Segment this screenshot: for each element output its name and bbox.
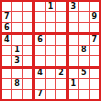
empty-cell-r8c9[interactable] xyxy=(90,79,99,88)
empty-cell-r4c2[interactable] xyxy=(12,35,21,44)
empty-cell-r9c7[interactable] xyxy=(69,90,78,99)
empty-cell-r9c1[interactable] xyxy=(2,90,11,99)
given-cell-r9c4[interactable]: 7 xyxy=(35,90,44,99)
empty-cell-r8c3[interactable] xyxy=(23,79,32,88)
empty-cell-r6c8[interactable] xyxy=(79,56,88,65)
empty-cell-r5c5[interactable] xyxy=(46,46,55,55)
empty-cell-r7c1[interactable] xyxy=(2,69,11,78)
empty-cell-r3c5[interactable] xyxy=(46,23,55,32)
box-6: 78 xyxy=(69,35,99,65)
empty-cell-r1c4[interactable] xyxy=(35,2,44,11)
empty-cell-r5c1[interactable] xyxy=(2,46,11,55)
given-cell-r8c7[interactable]: 1 xyxy=(69,79,78,88)
empty-cell-r1c3[interactable] xyxy=(23,2,32,11)
empty-cell-r7c5[interactable] xyxy=(46,69,55,78)
empty-cell-r7c9[interactable] xyxy=(90,69,99,78)
given-cell-r3c1[interactable]: 6 xyxy=(2,23,11,32)
empty-cell-r1c9[interactable] xyxy=(90,2,99,11)
given-cell-r5c8[interactable]: 8 xyxy=(79,46,88,55)
empty-cell-r9c9[interactable] xyxy=(90,90,99,99)
given-cell-r2c9[interactable]: 9 xyxy=(90,12,99,21)
empty-cell-r1c1[interactable] xyxy=(2,2,11,11)
box-8: 427 xyxy=(35,69,65,99)
empty-cell-r2c4[interactable] xyxy=(35,12,44,21)
empty-cell-r6c5[interactable] xyxy=(46,56,55,65)
empty-cell-r6c6[interactable] xyxy=(56,56,65,65)
empty-cell-r8c5[interactable] xyxy=(46,79,55,88)
given-cell-r8c2[interactable]: 8 xyxy=(12,79,21,88)
given-cell-r6c2[interactable]: 3 xyxy=(12,56,21,65)
empty-cell-r6c3[interactable] xyxy=(23,56,32,65)
box-7: 8 xyxy=(2,69,32,99)
empty-cell-r8c4[interactable] xyxy=(35,79,44,88)
given-cell-r2c1[interactable]: 7 xyxy=(2,12,11,21)
empty-cell-r5c6[interactable] xyxy=(56,46,65,55)
empty-cell-r1c2[interactable] xyxy=(12,2,21,11)
empty-cell-r7c7[interactable] xyxy=(69,69,78,78)
given-cell-r5c2[interactable]: 1 xyxy=(12,46,21,55)
empty-cell-r2c5[interactable] xyxy=(46,12,55,21)
empty-cell-r6c1[interactable] xyxy=(2,56,11,65)
empty-cell-r1c8[interactable] xyxy=(79,2,88,11)
empty-cell-r8c8[interactable] xyxy=(79,79,88,88)
empty-cell-r9c8[interactable] xyxy=(79,90,88,99)
empty-cell-r6c4[interactable] xyxy=(35,56,44,65)
empty-cell-r5c3[interactable] xyxy=(23,46,32,55)
empty-cell-r8c1[interactable] xyxy=(2,79,11,88)
given-cell-r1c5[interactable]: 1 xyxy=(46,2,55,11)
empty-cell-r6c9[interactable] xyxy=(90,56,99,65)
empty-cell-r5c4[interactable] xyxy=(35,46,44,55)
empty-cell-r1c6[interactable] xyxy=(56,2,65,11)
box-2: 1 xyxy=(35,2,65,32)
empty-cell-r4c3[interactable] xyxy=(23,35,32,44)
empty-cell-r3c9[interactable] xyxy=(90,23,99,32)
empty-cell-r3c4[interactable] xyxy=(35,23,44,32)
empty-cell-r2c7[interactable] xyxy=(69,12,78,21)
empty-cell-r6c7[interactable] xyxy=(69,56,78,65)
empty-cell-r4c7[interactable] xyxy=(69,35,78,44)
box-1: 76 xyxy=(2,2,32,32)
empty-cell-r3c6[interactable] xyxy=(56,23,65,32)
box-3: 39 xyxy=(69,2,99,32)
box-9: 51 xyxy=(69,69,99,99)
empty-cell-r4c6[interactable] xyxy=(56,35,65,44)
empty-cell-r2c3[interactable] xyxy=(23,12,32,21)
empty-cell-r7c3[interactable] xyxy=(23,69,32,78)
empty-cell-r3c2[interactable] xyxy=(12,23,21,32)
empty-cell-r3c7[interactable] xyxy=(69,23,78,32)
box-4: 413 xyxy=(2,35,32,65)
empty-cell-r8c6[interactable] xyxy=(56,79,65,88)
sudoku-board: 76139413678842751 xyxy=(0,0,101,101)
empty-cell-r9c2[interactable] xyxy=(12,90,21,99)
empty-cell-r4c8[interactable] xyxy=(79,35,88,44)
empty-cell-r9c6[interactable] xyxy=(56,90,65,99)
empty-cell-r5c9[interactable] xyxy=(90,46,99,55)
empty-cell-r2c2[interactable] xyxy=(12,12,21,21)
empty-cell-r5c7[interactable] xyxy=(69,46,78,55)
given-cell-r4c4[interactable]: 6 xyxy=(35,35,44,44)
given-cell-r1c7[interactable]: 3 xyxy=(69,2,78,11)
box-5: 6 xyxy=(35,35,65,65)
empty-cell-r3c3[interactable] xyxy=(23,23,32,32)
given-cell-r4c1[interactable]: 4 xyxy=(2,35,11,44)
given-cell-r7c4[interactable]: 4 xyxy=(35,69,44,78)
given-cell-r7c8[interactable]: 5 xyxy=(79,69,88,78)
empty-cell-r9c5[interactable] xyxy=(46,90,55,99)
empty-cell-r9c3[interactable] xyxy=(23,90,32,99)
empty-cell-r2c6[interactable] xyxy=(56,12,65,21)
empty-cell-r3c8[interactable] xyxy=(79,23,88,32)
empty-cell-r4c5[interactable] xyxy=(46,35,55,44)
given-cell-r7c6[interactable]: 2 xyxy=(56,69,65,78)
empty-cell-r2c8[interactable] xyxy=(79,12,88,21)
empty-cell-r7c2[interactable] xyxy=(12,69,21,78)
given-cell-r4c9[interactable]: 7 xyxy=(90,35,99,44)
